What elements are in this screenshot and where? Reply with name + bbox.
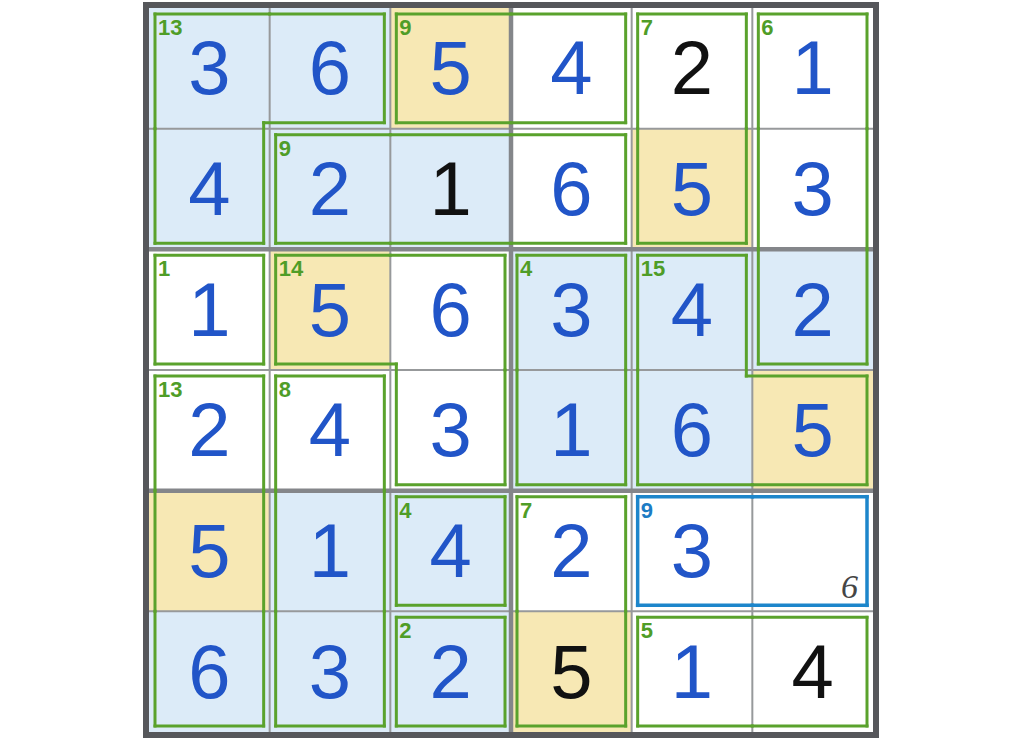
cage-sum-label: 4 bbox=[399, 500, 411, 522]
entered-digit: 6 bbox=[550, 151, 592, 227]
cell-r3c6[interactable]: 2 bbox=[752, 249, 873, 370]
entered-digit: 3 bbox=[309, 634, 351, 710]
cage-sum-label: 7 bbox=[641, 17, 653, 39]
entered-digit: 4 bbox=[671, 272, 713, 348]
cage-sum-label: 9 bbox=[399, 17, 411, 39]
cell-r5c1[interactable]: 5 bbox=[149, 491, 270, 612]
cell-r4c2[interactable]: 48 bbox=[270, 370, 391, 491]
entered-digit: 5 bbox=[430, 30, 472, 106]
entered-digit: 6 bbox=[430, 272, 472, 348]
cell-r2c3[interactable]: 1 bbox=[390, 129, 511, 250]
entered-digit: 1 bbox=[671, 634, 713, 710]
cage-sum-label: 13 bbox=[158, 17, 182, 39]
cell-r4c5[interactable]: 6 bbox=[632, 370, 753, 491]
cage-sum-label: 14 bbox=[279, 258, 303, 280]
cell-r4c6[interactable]: 5 bbox=[752, 370, 873, 491]
cell-r4c3[interactable]: 3 bbox=[390, 370, 511, 491]
cell-r6c1[interactable]: 6 bbox=[149, 611, 270, 732]
given-digit: 2 bbox=[671, 30, 713, 106]
entered-digit: 4 bbox=[550, 30, 592, 106]
entered-digit: 3 bbox=[550, 272, 592, 348]
cell-r2c2[interactable]: 29 bbox=[270, 129, 391, 250]
given-digit: 5 bbox=[550, 634, 592, 710]
page: 3136594271642916531151463441522134831655… bbox=[0, 0, 1024, 741]
entered-digit: 5 bbox=[309, 272, 351, 348]
entered-digit: 5 bbox=[792, 392, 834, 468]
killer-sudoku-board: 3136594271642916531151463441522134831655… bbox=[143, 2, 879, 738]
cell-r3c3[interactable]: 6 bbox=[390, 249, 511, 370]
entered-digit: 2 bbox=[188, 392, 230, 468]
entered-digit: 1 bbox=[309, 513, 351, 589]
entered-digit: 6 bbox=[309, 30, 351, 106]
entered-digit: 5 bbox=[188, 513, 230, 589]
sudoku-grid: 3136594271642916531151463441522134831655… bbox=[149, 8, 873, 732]
cell-r5c5[interactable]: 39 bbox=[632, 491, 753, 612]
cell-r1c1[interactable]: 313 bbox=[149, 8, 270, 129]
cell-r1c6[interactable]: 16 bbox=[752, 8, 873, 129]
entered-digit: 3 bbox=[430, 392, 472, 468]
cell-r3c1[interactable]: 11 bbox=[149, 249, 270, 370]
cell-r1c4[interactable]: 4 bbox=[511, 8, 632, 129]
cage-sum-label: 7 bbox=[520, 500, 532, 522]
cage-sum-label: 8 bbox=[279, 379, 291, 401]
cage-sum-label: 9 bbox=[641, 500, 653, 522]
cage-sum-label: 2 bbox=[399, 620, 411, 642]
cell-r6c3[interactable]: 22 bbox=[390, 611, 511, 732]
entered-digit: 1 bbox=[188, 272, 230, 348]
entered-digit: 2 bbox=[309, 151, 351, 227]
cage-sum-label: 5 bbox=[641, 620, 653, 642]
entered-digit: 2 bbox=[430, 634, 472, 710]
cell-r3c5[interactable]: 415 bbox=[632, 249, 753, 370]
cell-r2c1[interactable]: 4 bbox=[149, 129, 270, 250]
cell-r6c5[interactable]: 15 bbox=[632, 611, 753, 732]
cell-r6c4[interactable]: 5 bbox=[511, 611, 632, 732]
cell-r6c2[interactable]: 3 bbox=[270, 611, 391, 732]
cell-r5c4[interactable]: 27 bbox=[511, 491, 632, 612]
given-digit: 1 bbox=[430, 151, 472, 227]
cell-r1c2[interactable]: 6 bbox=[270, 8, 391, 129]
entered-digit: 6 bbox=[188, 634, 230, 710]
entered-digit: 3 bbox=[671, 513, 713, 589]
entered-digit: 2 bbox=[792, 272, 834, 348]
entered-digit: 3 bbox=[188, 30, 230, 106]
entered-digit: 5 bbox=[671, 151, 713, 227]
cage-sum-label: 6 bbox=[761, 17, 773, 39]
entered-digit: 1 bbox=[792, 30, 834, 106]
cage-sum-label: 4 bbox=[520, 258, 532, 280]
entered-digit: 1 bbox=[550, 392, 592, 468]
entered-digit: 3 bbox=[792, 151, 834, 227]
cell-r5c3[interactable]: 44 bbox=[390, 491, 511, 612]
cell-r1c3[interactable]: 59 bbox=[390, 8, 511, 129]
cell-r1c5[interactable]: 27 bbox=[632, 8, 753, 129]
entered-digit: 4 bbox=[188, 151, 230, 227]
cell-r5c6[interactable]: 6 bbox=[752, 491, 873, 612]
cage-sum-label: 13 bbox=[158, 379, 182, 401]
cell-r2c6[interactable]: 3 bbox=[752, 129, 873, 250]
cell-r3c2[interactable]: 514 bbox=[270, 249, 391, 370]
given-digit: 4 bbox=[792, 634, 834, 710]
cell-r3c4[interactable]: 34 bbox=[511, 249, 632, 370]
cell-r4c4[interactable]: 1 bbox=[511, 370, 632, 491]
cell-r4c1[interactable]: 213 bbox=[149, 370, 270, 491]
entered-digit: 2 bbox=[550, 513, 592, 589]
cage-sum-label: 15 bbox=[641, 258, 665, 280]
cell-r2c4[interactable]: 6 bbox=[511, 129, 632, 250]
pencil-mark: 6 bbox=[841, 570, 858, 604]
cage-sum-label: 9 bbox=[279, 138, 291, 160]
entered-digit: 4 bbox=[430, 513, 472, 589]
cell-r6c6[interactable]: 4 bbox=[752, 611, 873, 732]
cage-sum-label: 1 bbox=[158, 258, 170, 280]
entered-digit: 6 bbox=[671, 392, 713, 468]
entered-digit: 4 bbox=[309, 392, 351, 468]
cell-r2c5[interactable]: 5 bbox=[632, 129, 753, 250]
cell-r5c2[interactable]: 1 bbox=[270, 491, 391, 612]
